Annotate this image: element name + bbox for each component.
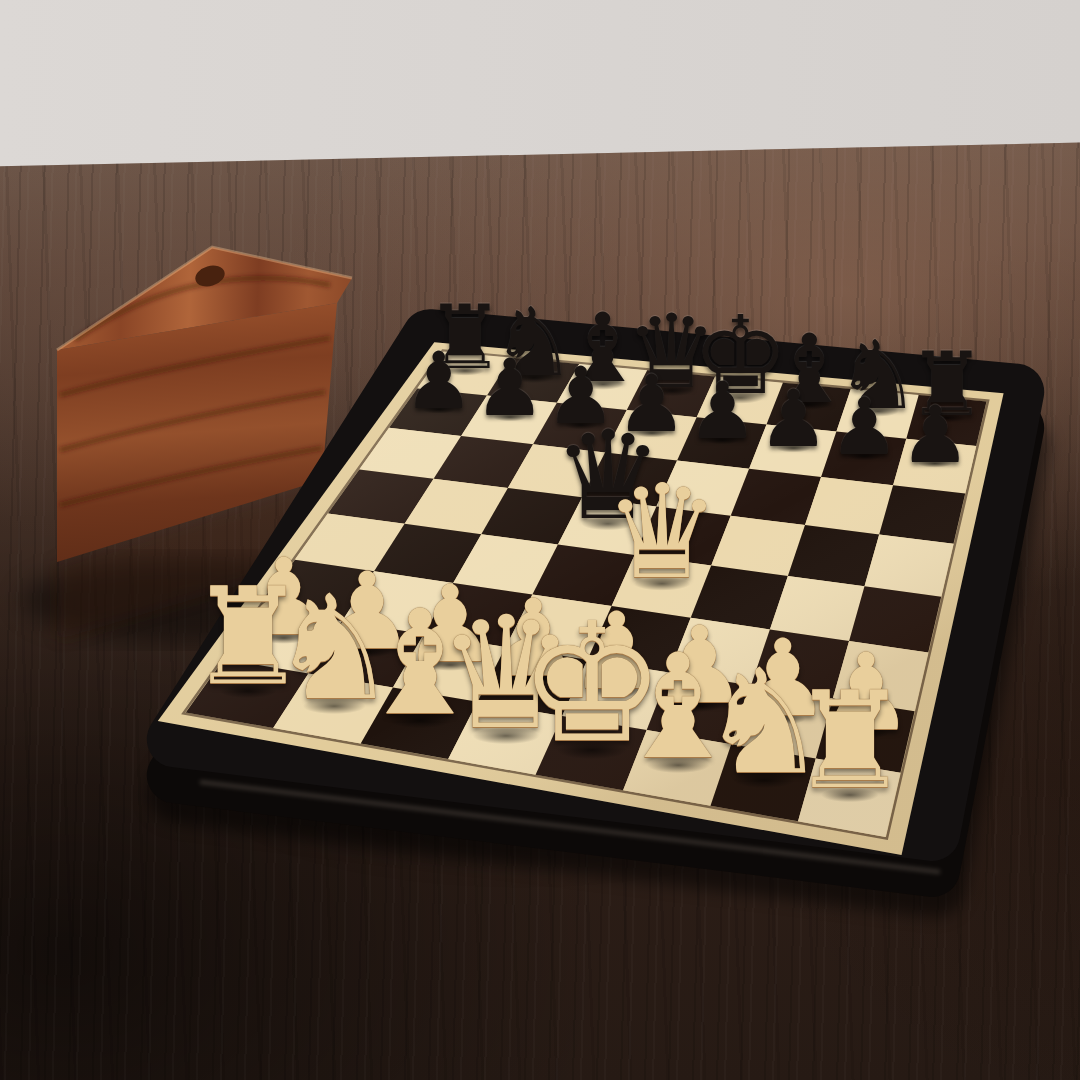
piece-black-pawn-f7[interactable]: ♟ (758, 380, 829, 459)
piece-black-pawn-h7[interactable]: ♟ (900, 396, 971, 475)
piece-black-pawn-e7[interactable]: ♟ (687, 373, 758, 452)
piece-black-pawn-g7[interactable]: ♟ (829, 388, 900, 467)
piece-white-rook-h1[interactable]: ♜ (790, 675, 910, 809)
pieces-layer: ♜♞♝♛♚♝♞♜♟♟♟♟♟♟♟♟♛♛♟♟♟♟♟♟♟♟♜♞♝♛♚♝♞♜ (0, 0, 1080, 1080)
piece-black-pawn-b7[interactable]: ♟ (474, 349, 545, 428)
piece-white-queen-e4[interactable]: ♛ (604, 468, 721, 598)
chess-set-product-photo: ♜♞♝♛♚♝♞♜♟♟♟♟♟♟♟♟♛♛♟♟♟♟♟♟♟♟♜♞♝♛♚♝♞♜ (0, 0, 1080, 1080)
piece-black-pawn-a7[interactable]: ♟ (404, 342, 475, 421)
